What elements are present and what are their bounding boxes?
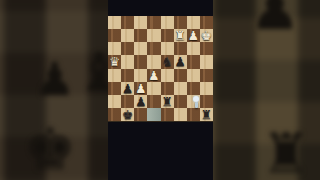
square-e4[interactable]	[161, 69, 174, 82]
square-c4[interactable]	[134, 69, 147, 82]
square-g3[interactable]	[187, 82, 200, 95]
square-f3[interactable]	[174, 82, 187, 95]
piece-white-pawn-d4[interactable]: ♟	[147, 69, 160, 82]
piece-black-king-b1[interactable]: ♚	[121, 108, 134, 121]
square-a2[interactable]	[108, 95, 121, 108]
piece-white-king-h7[interactable]: ♚	[200, 29, 213, 42]
square-c7[interactable]	[134, 29, 147, 42]
square-b8[interactable]	[121, 16, 134, 29]
square-b6[interactable]	[121, 42, 134, 55]
square-d7[interactable]	[147, 29, 160, 42]
piece-black-rook-h1[interactable]: ♜	[200, 108, 213, 121]
square-a7[interactable]	[108, 29, 121, 42]
blurred-black-rook-silhouette: ♜	[261, 126, 311, 180]
square-a3[interactable]	[108, 82, 121, 95]
square-a8[interactable]	[108, 16, 121, 29]
blurred-black-pawn-silhouette: ♟	[34, 56, 75, 102]
mouse-cursor	[193, 96, 199, 108]
chess-video-strip: ♜♟♚♛♞♟♟♟♟♟♜♚♜	[108, 0, 213, 180]
piece-black-pawn-b3[interactable]: ♟	[121, 82, 134, 95]
square-h4[interactable]	[200, 69, 213, 82]
square-a1[interactable]	[108, 108, 121, 121]
square-g6[interactable]	[187, 42, 200, 55]
piece-white-queen-a5[interactable]: ♛	[108, 55, 121, 68]
square-c6[interactable]	[134, 42, 147, 55]
square-e1[interactable]	[161, 108, 174, 121]
piece-white-pawn-g7[interactable]: ♟	[187, 29, 200, 42]
square-d1[interactable]	[147, 108, 160, 121]
square-g1[interactable]	[187, 108, 200, 121]
square-e3[interactable]	[161, 82, 174, 95]
square-b5[interactable]	[121, 55, 134, 68]
square-b7[interactable]	[121, 29, 134, 42]
blurred-black-pawn-silhouette: ♟	[249, 0, 301, 38]
square-e7[interactable]	[161, 29, 174, 42]
cursor-stem	[195, 102, 198, 108]
piece-black-rook-e2[interactable]: ♜	[161, 95, 174, 108]
blurred-background-left: ♟♝♚	[0, 0, 108, 180]
blurred-background-right: ♟♜	[213, 0, 320, 180]
piece-black-pawn-f5[interactable]: ♟	[174, 55, 187, 68]
square-h5[interactable]	[200, 55, 213, 68]
square-d5[interactable]	[147, 55, 160, 68]
square-a4[interactable]	[108, 69, 121, 82]
square-f4[interactable]	[174, 69, 187, 82]
piece-black-pawn-c2[interactable]: ♟	[134, 95, 147, 108]
piece-white-rook-f7[interactable]: ♜	[174, 29, 187, 42]
piece-black-knight-e5[interactable]: ♞	[161, 55, 174, 68]
square-d8[interactable]	[147, 16, 160, 29]
blurred-black-king-silhouette: ♚	[24, 120, 76, 178]
square-h3[interactable]	[200, 82, 213, 95]
square-d2[interactable]	[147, 95, 160, 108]
square-d6[interactable]	[147, 42, 160, 55]
square-f2[interactable]	[174, 95, 187, 108]
square-c5[interactable]	[134, 55, 147, 68]
square-e8[interactable]	[161, 16, 174, 29]
blurred-black-bishop-silhouette: ♝	[76, 46, 108, 98]
square-c1[interactable]	[134, 108, 147, 121]
square-g4[interactable]	[187, 69, 200, 82]
square-b4[interactable]	[121, 69, 134, 82]
square-d3[interactable]	[147, 82, 160, 95]
square-h6[interactable]	[200, 42, 213, 55]
square-b2[interactable]	[121, 95, 134, 108]
square-h2[interactable]	[200, 95, 213, 108]
square-c8[interactable]	[134, 16, 147, 29]
square-g5[interactable]	[187, 55, 200, 68]
piece-white-pawn-c3[interactable]: ♟	[134, 82, 147, 95]
square-f1[interactable]	[174, 108, 187, 121]
video-frame: ♟♝♚ ♟♜ ♜♟♚♛♞♟♟♟♟♟♜♚♜	[0, 0, 320, 180]
